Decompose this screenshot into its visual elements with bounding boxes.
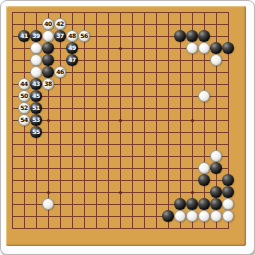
black-stone: 47 (66, 54, 78, 66)
white-stone (42, 198, 54, 210)
star-point (47, 191, 50, 194)
black-stone (222, 186, 234, 198)
black-stone (210, 198, 222, 210)
white-stone (222, 198, 234, 210)
black-stone: 43 (30, 78, 42, 90)
white-stone (198, 210, 210, 222)
black-stone: 51 (30, 102, 42, 114)
black-stone: 55 (30, 126, 42, 138)
black-stone (174, 30, 186, 42)
black-stone (186, 198, 198, 210)
white-stone: 42 (54, 18, 66, 30)
black-stone: 41 (18, 30, 30, 42)
black-stone (222, 42, 234, 54)
black-stone (198, 174, 210, 186)
black-stone: 39 (30, 30, 42, 42)
black-stone (42, 54, 54, 66)
white-stone: 52 (18, 102, 30, 114)
black-stone (42, 42, 54, 54)
white-stone (210, 150, 222, 162)
white-stone: 44 (18, 78, 30, 90)
white-stone: 46 (54, 66, 66, 78)
white-stone: 54 (18, 114, 30, 126)
white-stone (198, 90, 210, 102)
white-stone: 56 (78, 30, 90, 42)
black-stone (198, 30, 210, 42)
white-stone: 50 (18, 90, 30, 102)
star-point (119, 191, 122, 194)
go-board[interactable]: 4042413937485649474644433850455251545355 (6, 6, 246, 246)
white-stone (210, 54, 222, 66)
white-stone: 38 (42, 78, 54, 90)
black-stone: 53 (30, 114, 42, 126)
white-stone (198, 42, 210, 54)
white-stone: 40 (42, 18, 54, 30)
black-stone: 37 (54, 30, 66, 42)
white-stone (30, 54, 42, 66)
black-stone (210, 162, 222, 174)
black-stone (186, 30, 198, 42)
black-stone (174, 198, 186, 210)
white-stone (30, 42, 42, 54)
black-stone: 45 (30, 90, 42, 102)
star-point (47, 119, 50, 122)
white-stone: 48 (66, 30, 78, 42)
white-stone (186, 42, 198, 54)
white-stone (174, 210, 186, 222)
white-stone (30, 66, 42, 78)
white-stone (198, 162, 210, 174)
star-point (119, 47, 122, 50)
black-stone: 49 (66, 42, 78, 54)
black-stone (210, 186, 222, 198)
white-stone (222, 210, 234, 222)
star-point (191, 191, 194, 194)
star-point (191, 119, 194, 122)
white-stone (42, 30, 54, 42)
black-stone (210, 42, 222, 54)
black-stone (162, 210, 174, 222)
black-stone (222, 174, 234, 186)
white-stone (210, 210, 222, 222)
star-point (119, 119, 122, 122)
diagram-frame: 4042413937485649474644433850455251545355 (0, 0, 255, 255)
black-stone (42, 66, 54, 78)
black-stone (198, 198, 210, 210)
white-stone (186, 210, 198, 222)
